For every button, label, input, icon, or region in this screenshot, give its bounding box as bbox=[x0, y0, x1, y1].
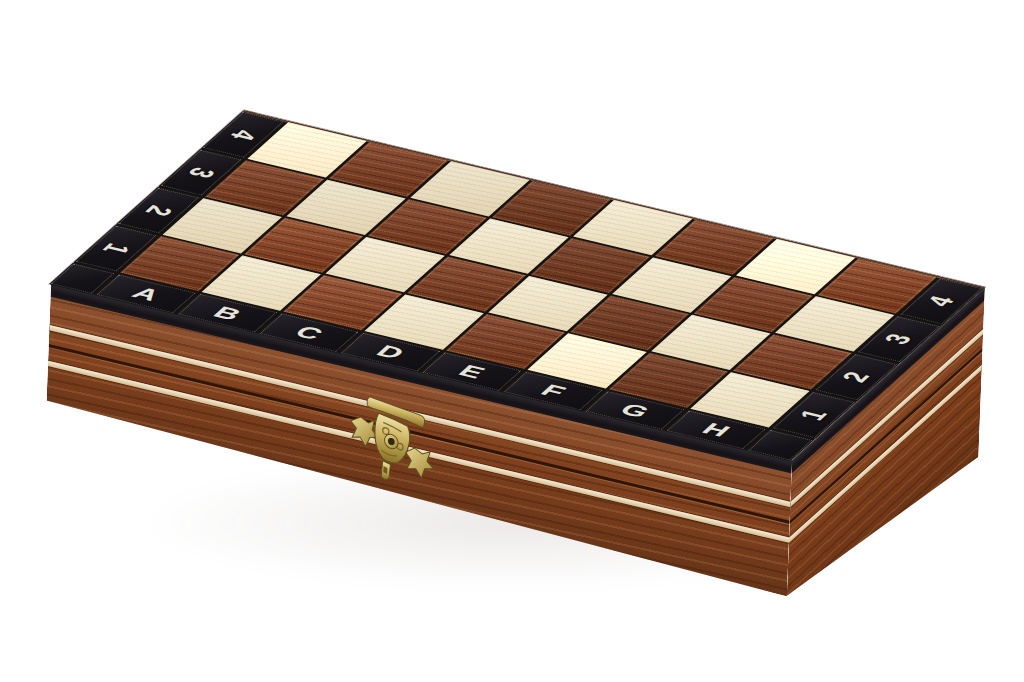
file-label-g: G bbox=[616, 401, 654, 420]
rank-label-left-1: 1 bbox=[97, 241, 135, 256]
file-label-e: E bbox=[454, 362, 489, 380]
rank-label-left-4: 4 bbox=[224, 127, 262, 142]
file-label-a: A bbox=[128, 284, 165, 303]
file-label-f: F bbox=[537, 382, 570, 400]
rank-label-right-2: 2 bbox=[837, 370, 875, 385]
file-label-b: B bbox=[209, 304, 246, 323]
rank-label-left-2: 2 bbox=[140, 203, 178, 218]
rank-label-right-1: 1 bbox=[795, 408, 833, 423]
rank-label-right-3: 3 bbox=[880, 332, 918, 347]
chess-box-photo: 44332211ABCDEFGH bbox=[0, 0, 1024, 682]
file-label-c: C bbox=[291, 323, 328, 342]
rank-label-left-3: 3 bbox=[182, 165, 220, 180]
file-label-h: H bbox=[698, 420, 735, 439]
rank-label-right-4: 4 bbox=[922, 294, 960, 309]
file-label-d: D bbox=[372, 343, 409, 362]
